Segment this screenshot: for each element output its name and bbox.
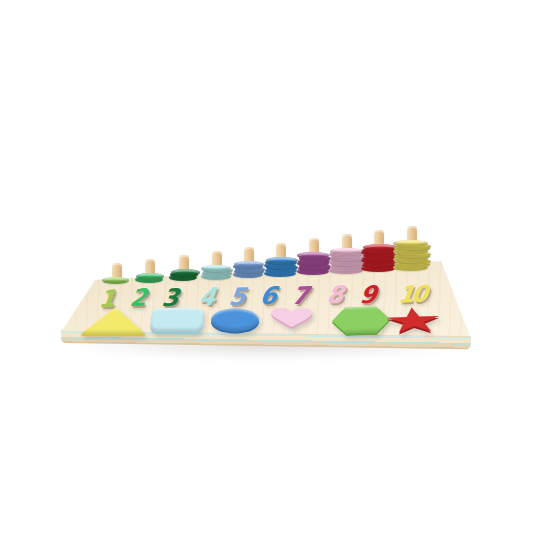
heart-tile: ♥ bbox=[270, 306, 324, 332]
stacking-ring bbox=[171, 269, 200, 276]
square-tile bbox=[151, 308, 203, 332]
number-tile-5: 5 bbox=[227, 283, 246, 312]
number-tile-9: 9 bbox=[358, 280, 377, 309]
stacking-ring bbox=[136, 273, 164, 280]
heart-icon: ♥ bbox=[267, 305, 340, 331]
square-face bbox=[150, 308, 204, 332]
product-photo-stage: 12345678910 ♥★ bbox=[0, 0, 533, 533]
star-icon: ★ bbox=[380, 302, 465, 338]
triangle-face bbox=[80, 308, 146, 335]
stacking-ring bbox=[266, 257, 298, 264]
stacking-ring bbox=[234, 261, 265, 268]
circle-face bbox=[211, 309, 259, 332]
triangle-tile bbox=[80, 308, 146, 335]
stacking-ring bbox=[201, 265, 231, 272]
circle-tile bbox=[211, 309, 259, 332]
star-tile: ★ bbox=[388, 305, 454, 337]
